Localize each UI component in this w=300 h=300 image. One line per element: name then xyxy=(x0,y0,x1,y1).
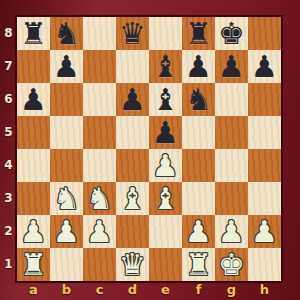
rank-label-6: 6 xyxy=(0,83,17,116)
square-e6[interactable]: ♝ xyxy=(149,83,182,116)
square-h4[interactable] xyxy=(248,149,281,182)
square-a6[interactable]: ♟ xyxy=(17,83,50,116)
square-a4[interactable] xyxy=(17,149,50,182)
piece-black-king-g8[interactable]: ♚ xyxy=(215,17,248,50)
piece-white-pawn-b2[interactable]: ♟ xyxy=(50,215,83,248)
square-e4[interactable]: ♟ xyxy=(149,149,182,182)
piece-black-rook-f8[interactable]: ♜ xyxy=(182,17,215,50)
piece-black-queen-d8[interactable]: ♛ xyxy=(116,17,149,50)
piece-black-pawn-g7[interactable]: ♟ xyxy=(215,50,248,83)
square-a5[interactable] xyxy=(17,116,50,149)
piece-white-bishop-e3[interactable]: ♝ xyxy=(149,182,182,215)
chess-board: ♜♞♛♜♚♟♝♟♟♟♟♟♝♞♟♟♞♞♝♝♟♟♟♟♟♟♜♛♜♚ xyxy=(17,17,281,281)
square-e2[interactable] xyxy=(149,215,182,248)
square-c6[interactable] xyxy=(83,83,116,116)
square-e3[interactable]: ♝ xyxy=(149,182,182,215)
square-b7[interactable]: ♟ xyxy=(50,50,83,83)
square-f1[interactable]: ♜ xyxy=(182,248,215,281)
square-d5[interactable] xyxy=(116,116,149,149)
square-d7[interactable] xyxy=(116,50,149,83)
square-d8[interactable]: ♛ xyxy=(116,17,149,50)
square-h5[interactable] xyxy=(248,116,281,149)
file-label-c: c xyxy=(83,281,116,300)
piece-black-pawn-h7[interactable]: ♟ xyxy=(248,50,281,83)
rank-label-8: 8 xyxy=(0,17,17,50)
square-h7[interactable]: ♟ xyxy=(248,50,281,83)
square-g5[interactable] xyxy=(215,116,248,149)
square-b3[interactable]: ♞ xyxy=(50,182,83,215)
file-label-d: d xyxy=(116,281,149,300)
piece-black-pawn-d6[interactable]: ♟ xyxy=(116,83,149,116)
piece-black-bishop-e6[interactable]: ♝ xyxy=(149,83,182,116)
square-b8[interactable]: ♞ xyxy=(50,17,83,50)
rank-label-5: 5 xyxy=(0,116,17,149)
square-c3[interactable]: ♞ xyxy=(83,182,116,215)
square-h1[interactable] xyxy=(248,248,281,281)
piece-white-pawn-h2[interactable]: ♟ xyxy=(248,215,281,248)
rank-label-4: 4 xyxy=(0,149,17,182)
piece-white-bishop-d3[interactable]: ♝ xyxy=(116,182,149,215)
square-d6[interactable]: ♟ xyxy=(116,83,149,116)
square-d1[interactable]: ♛ xyxy=(116,248,149,281)
square-a2[interactable]: ♟ xyxy=(17,215,50,248)
piece-black-knight-f6[interactable]: ♞ xyxy=(182,83,215,116)
piece-black-pawn-f7[interactable]: ♟ xyxy=(182,50,215,83)
square-a7[interactable] xyxy=(17,50,50,83)
square-d4[interactable] xyxy=(116,149,149,182)
rank-label-7: 7 xyxy=(0,50,17,83)
square-f2[interactable]: ♟ xyxy=(182,215,215,248)
square-c8[interactable] xyxy=(83,17,116,50)
square-c4[interactable] xyxy=(83,149,116,182)
square-a1[interactable]: ♜ xyxy=(17,248,50,281)
square-g6[interactable] xyxy=(215,83,248,116)
rank-label-1: 1 xyxy=(0,248,17,281)
piece-white-pawn-f2[interactable]: ♟ xyxy=(182,215,215,248)
square-g4[interactable] xyxy=(215,149,248,182)
square-g8[interactable]: ♚ xyxy=(215,17,248,50)
file-labels: abcdefgh xyxy=(17,281,281,300)
square-g2[interactable]: ♟ xyxy=(215,215,248,248)
piece-white-pawn-g2[interactable]: ♟ xyxy=(215,215,248,248)
square-f5[interactable] xyxy=(182,116,215,149)
square-d3[interactable]: ♝ xyxy=(116,182,149,215)
file-label-b: b xyxy=(50,281,83,300)
piece-black-knight-b8[interactable]: ♞ xyxy=(50,17,83,50)
square-c2[interactable]: ♟ xyxy=(83,215,116,248)
piece-white-rook-f1[interactable]: ♜ xyxy=(182,248,215,281)
piece-black-bishop-e7[interactable]: ♝ xyxy=(149,50,182,83)
square-e8[interactable] xyxy=(149,17,182,50)
piece-black-pawn-b7[interactable]: ♟ xyxy=(50,50,83,83)
square-c1[interactable] xyxy=(83,248,116,281)
square-g1[interactable]: ♚ xyxy=(215,248,248,281)
square-a8[interactable]: ♜ xyxy=(17,17,50,50)
square-c7[interactable] xyxy=(83,50,116,83)
file-label-f: f xyxy=(182,281,215,300)
square-g3[interactable] xyxy=(215,182,248,215)
square-f3[interactable] xyxy=(182,182,215,215)
square-f7[interactable]: ♟ xyxy=(182,50,215,83)
square-f4[interactable] xyxy=(182,149,215,182)
piece-black-pawn-e5[interactable]: ♟ xyxy=(149,116,182,149)
square-b2[interactable]: ♟ xyxy=(50,215,83,248)
square-h8[interactable] xyxy=(248,17,281,50)
square-f8[interactable]: ♜ xyxy=(182,17,215,50)
piece-white-pawn-c2[interactable]: ♟ xyxy=(83,215,116,248)
square-b4[interactable] xyxy=(50,149,83,182)
rank-label-3: 3 xyxy=(0,182,17,215)
square-b5[interactable] xyxy=(50,116,83,149)
file-label-e: e xyxy=(149,281,182,300)
square-c5[interactable] xyxy=(83,116,116,149)
square-b6[interactable] xyxy=(50,83,83,116)
rank-label-2: 2 xyxy=(0,215,17,248)
square-h2[interactable]: ♟ xyxy=(248,215,281,248)
piece-black-pawn-a6[interactable]: ♟ xyxy=(17,83,50,116)
piece-white-knight-b3[interactable]: ♞ xyxy=(50,182,83,215)
square-e1[interactable] xyxy=(149,248,182,281)
square-e7[interactable]: ♝ xyxy=(149,50,182,83)
piece-white-queen-d1[interactable]: ♛ xyxy=(116,248,149,281)
piece-white-rook-a1[interactable]: ♜ xyxy=(17,248,50,281)
file-label-a: a xyxy=(17,281,50,300)
square-b1[interactable] xyxy=(50,248,83,281)
file-label-g: g xyxy=(215,281,248,300)
square-h3[interactable] xyxy=(248,182,281,215)
piece-white-pawn-e4[interactable]: ♟ xyxy=(149,149,182,182)
piece-black-rook-a8[interactable]: ♜ xyxy=(17,17,50,50)
chess-diagram: 87654321 abcdefgh ♜♞♛♜♚♟♝♟♟♟♟♟♝♞♟♟♞♞♝♝♟♟… xyxy=(0,0,300,300)
square-d2[interactable] xyxy=(116,215,149,248)
piece-white-pawn-a2[interactable]: ♟ xyxy=(17,215,50,248)
file-label-h: h xyxy=(248,281,281,300)
square-h6[interactable] xyxy=(248,83,281,116)
square-f6[interactable]: ♞ xyxy=(182,83,215,116)
piece-white-knight-c3[interactable]: ♞ xyxy=(83,182,116,215)
square-e5[interactable]: ♟ xyxy=(149,116,182,149)
square-g7[interactable]: ♟ xyxy=(215,50,248,83)
piece-white-king-g1[interactable]: ♚ xyxy=(215,248,248,281)
rank-labels: 87654321 xyxy=(0,17,17,281)
square-a3[interactable] xyxy=(17,182,50,215)
